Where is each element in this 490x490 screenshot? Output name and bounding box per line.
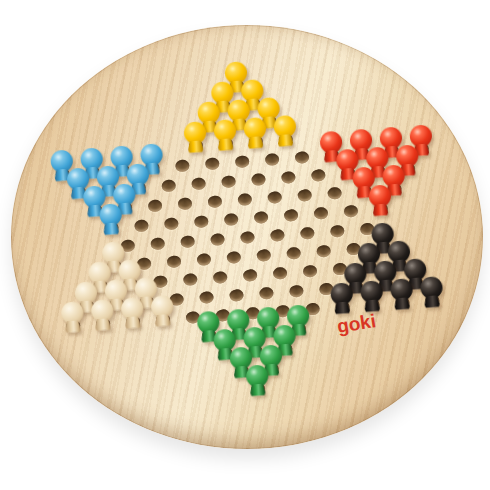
- board-hole[interactable]: [212, 271, 227, 284]
- board-hole[interactable]: [283, 208, 298, 221]
- peg-base: [424, 295, 440, 308]
- board-cell: [277, 129, 293, 149]
- board-cell: [176, 193, 192, 213]
- board-cell: [190, 173, 206, 193]
- peg-natural[interactable]: [89, 298, 115, 331]
- peg-natural[interactable]: [119, 296, 145, 329]
- board-hole[interactable]: [134, 219, 149, 232]
- board-cell: [394, 292, 410, 312]
- board-cell: [187, 135, 203, 155]
- board-hole[interactable]: [313, 206, 328, 219]
- board-cell: [263, 149, 279, 169]
- peg-base: [277, 134, 293, 147]
- board-cell: [163, 213, 179, 233]
- board-cell: [372, 199, 388, 219]
- board-cell: [239, 227, 255, 247]
- board-cell: [326, 183, 342, 203]
- peg-yellow[interactable]: [212, 118, 238, 151]
- board-cell: [250, 169, 266, 189]
- board-hole[interactable]: [264, 153, 279, 166]
- board-cell: [288, 281, 304, 301]
- board-hole[interactable]: [180, 235, 195, 248]
- board-hole[interactable]: [182, 273, 197, 286]
- board-cell: [296, 185, 312, 205]
- peg-base: [103, 222, 119, 235]
- board-cell: [242, 265, 258, 285]
- board-hole[interactable]: [316, 244, 331, 257]
- board-hole[interactable]: [329, 224, 344, 237]
- board-cell: [225, 247, 241, 267]
- board-hole[interactable]: [177, 197, 192, 210]
- board-cell: [154, 309, 170, 329]
- peg-yellow[interactable]: [182, 121, 208, 154]
- board-hole[interactable]: [299, 226, 314, 239]
- product-photo: goki: [0, 0, 490, 490]
- board-hole[interactable]: [240, 231, 255, 244]
- board-hole[interactable]: [256, 248, 271, 261]
- board-hole[interactable]: [204, 157, 219, 170]
- board-cell: [195, 249, 211, 269]
- game-board: goki: [11, 25, 483, 449]
- board-hole[interactable]: [166, 255, 181, 268]
- board-cell: [301, 261, 317, 281]
- board-cell: [223, 209, 239, 229]
- peg-base: [155, 314, 171, 327]
- peg-black[interactable]: [388, 278, 414, 311]
- board-cell: [285, 243, 301, 263]
- board-cell: [228, 285, 244, 305]
- board-hole[interactable]: [191, 177, 206, 190]
- board-hole[interactable]: [196, 253, 211, 266]
- peg-base: [373, 203, 389, 216]
- peg-yellow[interactable]: [272, 114, 298, 147]
- board-hole[interactable]: [259, 286, 274, 299]
- board-hole[interactable]: [229, 288, 244, 301]
- board-hole[interactable]: [242, 268, 257, 281]
- board-cell: [342, 201, 358, 221]
- board-hole[interactable]: [207, 195, 222, 208]
- peg-natural[interactable]: [149, 294, 175, 327]
- board-hole[interactable]: [221, 175, 236, 188]
- board-cell: [280, 167, 296, 187]
- board-hole[interactable]: [234, 155, 249, 168]
- board-cell: [212, 267, 228, 287]
- board-hole[interactable]: [267, 191, 282, 204]
- board-cell: [247, 131, 263, 151]
- board-cell: [209, 229, 225, 249]
- board-cell: [179, 231, 195, 251]
- board-cell: [249, 379, 265, 399]
- board-cell: [193, 211, 209, 231]
- board-hole[interactable]: [150, 237, 165, 250]
- board-cell: [234, 151, 250, 171]
- peg-green[interactable]: [244, 364, 270, 397]
- peg-base: [95, 318, 111, 331]
- board-cell: [266, 187, 282, 207]
- board-cell: [312, 203, 328, 223]
- board-cell: [174, 155, 190, 175]
- board-hole[interactable]: [270, 228, 285, 241]
- board-hole[interactable]: [302, 264, 317, 277]
- peg-base: [218, 138, 234, 151]
- peg-yellow[interactable]: [242, 116, 268, 149]
- peg-blue[interactable]: [97, 203, 123, 236]
- board-hole[interactable]: [174, 159, 189, 172]
- board-cell: [133, 215, 149, 235]
- peg-base: [188, 140, 204, 153]
- board-cell: [206, 191, 222, 211]
- peg-base: [248, 136, 264, 149]
- board-hole[interactable]: [251, 173, 266, 186]
- board-cell: [103, 217, 119, 237]
- board-cell: [258, 283, 274, 303]
- board-cell: [329, 221, 345, 241]
- board-cell: [204, 153, 220, 173]
- board-hole[interactable]: [193, 215, 208, 228]
- board-hole[interactable]: [343, 204, 358, 217]
- board-cell: [310, 165, 326, 185]
- board-hole[interactable]: [288, 284, 303, 297]
- board-grid: [49, 63, 446, 411]
- peg-base: [334, 301, 350, 314]
- board-cell: [182, 269, 198, 289]
- board-cell: [146, 195, 162, 215]
- peg-natural[interactable]: [59, 301, 85, 334]
- board-cell: [293, 147, 309, 167]
- peg-base: [65, 320, 81, 333]
- board-cell: [160, 175, 176, 195]
- peg-black[interactable]: [358, 280, 384, 313]
- board-hole[interactable]: [223, 213, 238, 226]
- board-hole[interactable]: [147, 199, 162, 212]
- board-cell: [255, 245, 271, 265]
- peg-base: [394, 297, 410, 310]
- board-hole[interactable]: [161, 179, 176, 192]
- board-cell: [149, 233, 165, 253]
- board-hole[interactable]: [199, 291, 214, 304]
- peg-base: [250, 383, 266, 396]
- board-hole[interactable]: [272, 266, 287, 279]
- board-hole[interactable]: [281, 171, 296, 184]
- board-hole[interactable]: [253, 211, 268, 224]
- peg-red[interactable]: [367, 184, 393, 217]
- board-cell: [282, 205, 298, 225]
- board-cell: [252, 207, 268, 227]
- board-hole[interactable]: [226, 251, 241, 264]
- board-cell: [165, 251, 181, 271]
- board-hole[interactable]: [286, 246, 301, 259]
- board-hole[interactable]: [310, 168, 325, 181]
- board-cell: [299, 223, 315, 243]
- board-cell: [236, 189, 252, 209]
- board-hole[interactable]: [210, 233, 225, 246]
- peg-base: [125, 316, 141, 329]
- board-cell: [220, 171, 236, 191]
- board-cell: [315, 241, 331, 261]
- board-hole[interactable]: [237, 193, 252, 206]
- board-cell: [65, 315, 81, 335]
- board-hole[interactable]: [294, 151, 309, 164]
- board-cell: [269, 225, 285, 245]
- peg-black[interactable]: [418, 275, 444, 308]
- board-cell: [95, 313, 111, 333]
- peg-black[interactable]: [328, 282, 354, 315]
- board-cell: [424, 290, 440, 310]
- board-hole[interactable]: [327, 186, 342, 199]
- board-cell: [217, 133, 233, 153]
- board-hole[interactable]: [163, 217, 178, 230]
- board-cell: [198, 287, 214, 307]
- board-cell: [124, 311, 140, 331]
- board-cell: [271, 263, 287, 283]
- board-hole[interactable]: [297, 188, 312, 201]
